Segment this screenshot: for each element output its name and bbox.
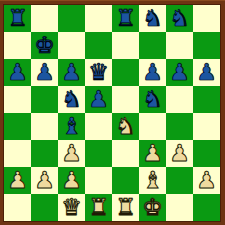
chess-board: ♜♜♞♞♚♟♟♟♛♟♟♟♞♟♞♝♞♟♟♟♟♟♟♝♟♛♜♜♚	[4, 5, 220, 221]
square-h8[interactable]	[193, 5, 220, 32]
square-d6[interactable]: ♛	[85, 59, 112, 86]
square-b8[interactable]	[31, 5, 58, 32]
square-d4[interactable]	[85, 113, 112, 140]
square-c2[interactable]: ♟	[58, 167, 85, 194]
square-h6[interactable]: ♟	[193, 59, 220, 86]
black-rook[interactable]: ♜	[4, 5, 31, 32]
black-pawn[interactable]: ♟	[166, 59, 193, 86]
square-b7[interactable]: ♚	[31, 32, 58, 59]
square-a6[interactable]: ♟	[4, 59, 31, 86]
square-f2[interactable]: ♝	[139, 167, 166, 194]
square-f5[interactable]: ♞	[139, 86, 166, 113]
square-d1[interactable]: ♜	[85, 194, 112, 221]
square-b2[interactable]: ♟	[31, 167, 58, 194]
white-bishop[interactable]: ♝	[139, 167, 166, 194]
square-b5[interactable]	[31, 86, 58, 113]
white-knight[interactable]: ♞	[112, 113, 139, 140]
black-pawn[interactable]: ♟	[31, 59, 58, 86]
white-pawn[interactable]: ♟	[31, 167, 58, 194]
black-king[interactable]: ♚	[31, 32, 58, 59]
square-h3[interactable]	[193, 140, 220, 167]
black-knight[interactable]: ♞	[166, 5, 193, 32]
square-a3[interactable]	[4, 140, 31, 167]
square-f6[interactable]: ♟	[139, 59, 166, 86]
square-f8[interactable]: ♞	[139, 5, 166, 32]
square-a2[interactable]: ♟	[4, 167, 31, 194]
square-g8[interactable]: ♞	[166, 5, 193, 32]
black-pawn[interactable]: ♟	[58, 59, 85, 86]
square-d3[interactable]	[85, 140, 112, 167]
square-c5[interactable]: ♞	[58, 86, 85, 113]
square-d8[interactable]	[85, 5, 112, 32]
square-e3[interactable]	[112, 140, 139, 167]
square-a5[interactable]	[4, 86, 31, 113]
square-c8[interactable]	[58, 5, 85, 32]
square-e4[interactable]: ♞	[112, 113, 139, 140]
white-rook[interactable]: ♜	[112, 194, 139, 221]
black-queen[interactable]: ♛	[85, 59, 112, 86]
square-g1[interactable]	[166, 194, 193, 221]
square-h7[interactable]	[193, 32, 220, 59]
square-f1[interactable]: ♚	[139, 194, 166, 221]
white-queen[interactable]: ♛	[58, 194, 85, 221]
square-h1[interactable]	[193, 194, 220, 221]
square-b4[interactable]	[31, 113, 58, 140]
black-knight[interactable]: ♞	[58, 86, 85, 113]
black-pawn[interactable]: ♟	[85, 86, 112, 113]
square-b1[interactable]	[31, 194, 58, 221]
square-a1[interactable]	[4, 194, 31, 221]
square-c7[interactable]	[58, 32, 85, 59]
square-g2[interactable]	[166, 167, 193, 194]
white-king[interactable]: ♚	[139, 194, 166, 221]
square-d2[interactable]	[85, 167, 112, 194]
square-g3[interactable]: ♟	[166, 140, 193, 167]
black-pawn[interactable]: ♟	[193, 59, 220, 86]
square-f4[interactable]	[139, 113, 166, 140]
square-e2[interactable]	[112, 167, 139, 194]
square-e1[interactable]: ♜	[112, 194, 139, 221]
square-c3[interactable]: ♟	[58, 140, 85, 167]
white-rook[interactable]: ♜	[85, 194, 112, 221]
square-e7[interactable]	[112, 32, 139, 59]
white-pawn[interactable]: ♟	[166, 140, 193, 167]
black-pawn[interactable]: ♟	[139, 59, 166, 86]
square-f7[interactable]	[139, 32, 166, 59]
square-c4[interactable]: ♝	[58, 113, 85, 140]
square-d7[interactable]	[85, 32, 112, 59]
square-c1[interactable]: ♛	[58, 194, 85, 221]
square-f3[interactable]: ♟	[139, 140, 166, 167]
black-bishop[interactable]: ♝	[58, 113, 85, 140]
square-a7[interactable]	[4, 32, 31, 59]
black-rook[interactable]: ♜	[112, 5, 139, 32]
white-pawn[interactable]: ♟	[58, 140, 85, 167]
white-pawn[interactable]: ♟	[193, 167, 220, 194]
square-h2[interactable]: ♟	[193, 167, 220, 194]
square-e8[interactable]: ♜	[112, 5, 139, 32]
square-b6[interactable]: ♟	[31, 59, 58, 86]
square-e5[interactable]	[112, 86, 139, 113]
square-e6[interactable]	[112, 59, 139, 86]
square-h4[interactable]	[193, 113, 220, 140]
square-a4[interactable]	[4, 113, 31, 140]
square-h5[interactable]	[193, 86, 220, 113]
white-pawn[interactable]: ♟	[139, 140, 166, 167]
square-g4[interactable]	[166, 113, 193, 140]
square-g5[interactable]	[166, 86, 193, 113]
square-c6[interactable]: ♟	[58, 59, 85, 86]
black-knight[interactable]: ♞	[139, 86, 166, 113]
square-g7[interactable]	[166, 32, 193, 59]
chess-board-frame: ♜♜♞♞♚♟♟♟♛♟♟♟♞♟♞♝♞♟♟♟♟♟♟♝♟♛♜♜♚	[0, 0, 225, 225]
square-d5[interactable]: ♟	[85, 86, 112, 113]
white-pawn[interactable]: ♟	[58, 167, 85, 194]
square-g6[interactable]: ♟	[166, 59, 193, 86]
black-pawn[interactable]: ♟	[4, 59, 31, 86]
black-knight[interactable]: ♞	[139, 5, 166, 32]
square-a8[interactable]: ♜	[4, 5, 31, 32]
white-pawn[interactable]: ♟	[4, 167, 31, 194]
square-b3[interactable]	[31, 140, 58, 167]
